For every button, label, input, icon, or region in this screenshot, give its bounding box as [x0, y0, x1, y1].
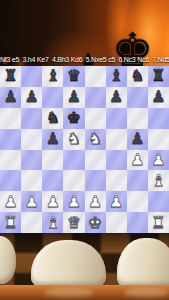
square-f1[interactable]: [106, 212, 127, 233]
piece-black-pawn: ♟: [130, 131, 144, 147]
square-e5[interactable]: ♞: [85, 129, 106, 150]
piece-white-pawn: ♟: [25, 194, 39, 210]
square-b8[interactable]: [21, 66, 42, 87]
square-b2[interactable]: ♟: [21, 191, 42, 212]
piece-black-pawn: ♟: [67, 89, 81, 105]
square-a2[interactable]: ♟: [0, 191, 21, 212]
square-d5[interactable]: ♞: [63, 129, 84, 150]
piece-reflection: [124, 288, 168, 297]
square-g1[interactable]: [127, 212, 148, 233]
square-b7[interactable]: ♟: [21, 87, 42, 108]
square-d3[interactable]: [63, 170, 84, 191]
piece-white-rook: ♜: [3, 215, 17, 231]
piece-white-knight: ♞: [88, 131, 102, 147]
piece-black-rook: ♜: [151, 68, 165, 84]
square-b3[interactable]: [21, 170, 42, 191]
square-c6[interactable]: ♞: [42, 108, 63, 129]
piece-white-bishop: ♝: [46, 215, 60, 231]
piece-white-pawn: ♟: [88, 194, 102, 210]
square-a3[interactable]: [0, 170, 21, 191]
square-d2[interactable]: ♟: [63, 191, 84, 212]
square-f5[interactable]: [106, 129, 127, 150]
square-d4[interactable]: [63, 150, 84, 171]
square-h8[interactable]: ♜: [148, 66, 169, 87]
square-d1[interactable]: ♛: [63, 212, 84, 233]
square-b6[interactable]: [21, 108, 42, 129]
square-e8[interactable]: [85, 66, 106, 87]
piece-black-pawn: ♟: [46, 131, 60, 147]
chess-app-screen: ♟ ♚ Nf3 e5 3.h4 Ke7 4.Bh3 Kd6 5.Nxe5 c5 …: [0, 0, 169, 300]
square-h1[interactable]: ♜: [148, 212, 169, 233]
square-f2[interactable]: ♟: [106, 191, 127, 212]
square-f4[interactable]: [106, 150, 127, 171]
piece-black-rook: ♜: [3, 68, 17, 84]
square-e4[interactable]: [85, 150, 106, 171]
piece-white-pawn: ♟: [3, 194, 17, 210]
square-b5[interactable]: [21, 129, 42, 150]
square-h4[interactable]: ♟: [148, 150, 169, 171]
square-h6[interactable]: [148, 108, 169, 129]
square-c1[interactable]: ♝: [42, 212, 63, 233]
board: ♜♝♛♝♞♜♟♟♟♟♟♞♚♟♞♞♟♟♟♝♟♟♟♟♟♟♜♝♛♚♜: [0, 66, 169, 233]
square-g3[interactable]: [127, 170, 148, 191]
piece-black-pawn: ♟: [109, 89, 123, 105]
square-d8[interactable]: ♛: [63, 66, 84, 87]
square-g5[interactable]: ♟: [127, 129, 148, 150]
piece-black-pawn: ♟: [151, 89, 165, 105]
square-e7[interactable]: [85, 87, 106, 108]
square-e6[interactable]: [85, 108, 106, 129]
piece-white-pawn: ♟: [130, 152, 144, 168]
square-c2[interactable]: ♟: [42, 191, 63, 212]
square-e3[interactable]: [85, 170, 106, 191]
piece-black-knight: ♞: [130, 68, 144, 84]
piece-black-bishop: ♝: [46, 68, 60, 84]
square-f6[interactable]: [106, 108, 127, 129]
square-d6[interactable]: ♚: [63, 108, 84, 129]
square-a8[interactable]: ♜: [0, 66, 21, 87]
square-g7[interactable]: [127, 87, 148, 108]
piece-white-bishop: ♝: [151, 173, 165, 189]
square-e1[interactable]: ♚: [85, 212, 106, 233]
piece-white-knight: ♞: [67, 131, 81, 147]
piece-reflection: [44, 288, 94, 297]
piece-white-pawn: ♟: [46, 194, 60, 210]
piece-white-rook: ♜: [151, 215, 165, 231]
square-h7[interactable]: ♟: [148, 87, 169, 108]
square-c5[interactable]: ♟: [42, 129, 63, 150]
square-c7[interactable]: [42, 87, 63, 108]
piece-white-queen: ♛: [67, 215, 81, 231]
square-d7[interactable]: ♟: [63, 87, 84, 108]
fire-photo-header: ♟ ♚ Nf3 e5 3.h4 Ke7 4.Bh3 Kd6 5.Nxe5 c5 …: [0, 0, 169, 66]
wood-board-photo: [0, 233, 169, 300]
square-g8[interactable]: ♞: [127, 66, 148, 87]
square-c3[interactable]: [42, 170, 63, 191]
piece-white-pawn: ♟: [109, 194, 123, 210]
square-b4[interactable]: [21, 150, 42, 171]
square-g4[interactable]: ♟: [127, 150, 148, 171]
piece-white-pawn: ♟: [67, 194, 81, 210]
square-f3[interactable]: [106, 170, 127, 191]
square-h3[interactable]: ♝: [148, 170, 169, 191]
piece-black-pawn: ♟: [3, 89, 17, 105]
square-b1[interactable]: [21, 212, 42, 233]
square-h5[interactable]: [148, 129, 169, 150]
square-h2[interactable]: [148, 191, 169, 212]
square-f8[interactable]: ♝: [106, 66, 127, 87]
square-a5[interactable]: [0, 129, 21, 150]
square-c8[interactable]: ♝: [42, 66, 63, 87]
square-a7[interactable]: ♟: [0, 87, 21, 108]
square-c4[interactable]: [42, 150, 63, 171]
square-g2[interactable]: [127, 191, 148, 212]
piece-black-king: ♚: [67, 110, 81, 126]
piece-white-king: ♚: [88, 215, 102, 231]
piece-black-knight: ♞: [46, 110, 60, 126]
piece-black-queen: ♛: [67, 68, 81, 84]
piece-black-pawn: ♟: [25, 89, 39, 105]
piece-black-bishop: ♝: [109, 68, 123, 84]
square-e2[interactable]: ♟: [85, 191, 106, 212]
square-f7[interactable]: ♟: [106, 87, 127, 108]
move-list[interactable]: Nf3 e5 3.h4 Ke7 4.Bh3 Kd6 5.Nxe5 c5 6.Nc…: [0, 53, 169, 66]
square-a1[interactable]: ♜: [0, 212, 21, 233]
piece-white-pawn: ♟: [151, 152, 165, 168]
square-a6[interactable]: [0, 108, 21, 129]
square-a4[interactable]: [0, 150, 21, 171]
square-g6[interactable]: [127, 108, 148, 129]
